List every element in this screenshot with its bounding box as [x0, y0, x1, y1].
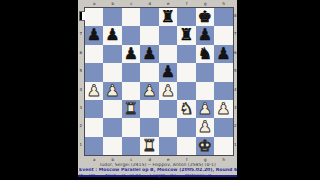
square-g3[interactable]: ♟ [196, 100, 215, 118]
square-e8[interactable]: ♜ [159, 8, 178, 26]
square-d8[interactable] [140, 8, 159, 26]
file-labels-top: abcdefgh [85, 0, 237, 7]
square-g4[interactable] [196, 82, 215, 100]
square-g2[interactable]: ♟ [196, 118, 215, 136]
square-b1[interactable] [103, 137, 122, 155]
coord-label-d: d [141, 0, 160, 7]
coord-label-e: e [159, 156, 178, 162]
square-h8[interactable] [214, 8, 233, 26]
square-a7[interactable]: ♟ [85, 26, 104, 44]
square-e1[interactable] [159, 137, 178, 155]
coord-label-g: g [196, 156, 215, 162]
black-knight-g6: ♞ [196, 45, 215, 63]
coord-label-8: 8 [234, 7, 237, 25]
white-pawn-d4: ♟ [140, 82, 159, 100]
square-g1[interactable]: ♚ [196, 137, 215, 155]
square-h5[interactable] [214, 63, 233, 81]
square-f1[interactable] [177, 137, 196, 155]
square-c7[interactable] [122, 26, 141, 44]
square-f4[interactable] [177, 82, 196, 100]
white-king-g1: ♚ [196, 137, 215, 155]
white-pawn-g2: ♟ [196, 118, 215, 136]
coord-label-1: 1 [234, 136, 237, 154]
square-f7[interactable]: ♜ [177, 26, 196, 44]
coord-label-f: f [178, 0, 197, 7]
square-a8[interactable] [85, 8, 104, 26]
square-h6[interactable]: ♟ [214, 45, 233, 63]
white-pawn-h3: ♟ [214, 100, 233, 118]
black-rook-e8: ♜ [159, 8, 178, 26]
black-pawn-h6: ♟ [214, 45, 233, 63]
coord-label-c: c [122, 156, 141, 162]
square-a5[interactable] [85, 63, 104, 81]
square-e5[interactable]: ♟ [159, 63, 178, 81]
square-d6[interactable]: ♟ [140, 45, 159, 63]
square-d3[interactable] [140, 100, 159, 118]
square-d7[interactable] [140, 26, 159, 44]
square-e2[interactable] [159, 118, 178, 136]
coord-label-7: 7 [234, 25, 237, 43]
black-pawn-e5: ♟ [159, 63, 178, 81]
white-knight-f3: ♞ [177, 100, 196, 118]
square-c4[interactable] [122, 82, 141, 100]
square-c1[interactable] [122, 137, 141, 155]
rank-labels-right: 87654321 [234, 7, 237, 156]
chess-app-panel: abcdefgh 87654321 ♜♚♟♟♜♟♟♟♞♟♟♟♟♟♟♜♞♟♟♟♜♚… [78, 0, 237, 177]
black-pawn-c6: ♟ [122, 45, 141, 63]
white-rook-d1: ♜ [140, 137, 159, 155]
black-rook-f7: ♜ [177, 26, 196, 44]
black-pawn-b7: ♟ [103, 26, 122, 44]
white-pawn-b4: ♟ [103, 82, 122, 100]
coord-label-b: b [104, 0, 123, 7]
square-h3[interactable]: ♟ [214, 100, 233, 118]
square-b8[interactable] [103, 8, 122, 26]
square-b7[interactable]: ♟ [103, 26, 122, 44]
board-frame: abcdefgh 87654321 ♜♚♟♟♜♟♟♟♞♟♟♟♟♟♟♜♞♟♟♟♜♚… [78, 0, 237, 162]
square-a1[interactable] [85, 137, 104, 155]
square-b3[interactable] [103, 100, 122, 118]
square-f3[interactable]: ♞ [177, 100, 196, 118]
black-king-g8: ♚ [196, 8, 215, 26]
square-g7[interactable]: ♟ [196, 26, 215, 44]
square-b2[interactable] [103, 118, 122, 136]
coord-label-b: b [104, 156, 123, 162]
square-g8[interactable]: ♚ [196, 8, 215, 26]
coord-label-h: h [215, 0, 234, 7]
square-c8[interactable] [122, 8, 141, 26]
coord-label-3: 3 [234, 99, 237, 117]
square-e3[interactable] [159, 100, 178, 118]
coord-label-e: e [159, 0, 178, 7]
coord-label-a: a [85, 0, 104, 7]
square-a6[interactable] [85, 45, 104, 63]
square-c2[interactable] [122, 118, 141, 136]
white-rook-c3: ♜ [122, 100, 141, 118]
coord-label-5: 5 [234, 62, 237, 80]
event-line: Event : Moscow Parallel op B, Moscow (20… [78, 168, 237, 173]
coord-label-6: 6 [234, 44, 237, 62]
square-d2[interactable] [140, 118, 159, 136]
video-frame: abcdefgh 87654321 ♜♚♟♟♜♟♟♟♞♟♟♟♟♟♟♜♞♟♟♟♜♚… [0, 0, 320, 180]
square-e4[interactable]: ♟ [159, 82, 178, 100]
square-d1[interactable]: ♜ [140, 137, 159, 155]
coord-label-4: 4 [234, 81, 237, 99]
coord-label-h: h [215, 156, 234, 162]
square-a3[interactable] [85, 100, 104, 118]
square-d4[interactable]: ♟ [140, 82, 159, 100]
coord-label-2: 2 [234, 117, 237, 135]
square-f2[interactable] [177, 118, 196, 136]
square-c5[interactable] [122, 63, 141, 81]
square-e7[interactable] [159, 26, 178, 44]
square-h4[interactable] [214, 82, 233, 100]
coord-label-d: d [141, 156, 160, 162]
square-b6[interactable] [103, 45, 122, 63]
square-c3[interactable]: ♜ [122, 100, 141, 118]
square-h7[interactable] [214, 26, 233, 44]
divider-bar [78, 175, 237, 177]
square-d5[interactable] [140, 63, 159, 81]
black-pawn-g7: ♟ [196, 26, 215, 44]
square-c6[interactable]: ♟ [122, 45, 141, 63]
square-a2[interactable] [85, 118, 104, 136]
square-h1[interactable] [214, 137, 233, 155]
square-g6[interactable]: ♞ [196, 45, 215, 63]
coord-label-f: f [178, 156, 197, 162]
players-line: Tudor, Sergei (2415) -- Filippov, Anton … [78, 163, 237, 168]
square-b5[interactable] [103, 63, 122, 81]
black-pawn-a7: ♟ [85, 26, 104, 44]
square-f6[interactable] [177, 45, 196, 63]
chess-board: ♜♚♟♟♜♟♟♟♞♟♟♟♟♟♟♜♞♟♟♟♜♚ [84, 7, 234, 156]
white-pawn-a4: ♟ [85, 82, 104, 100]
square-h2[interactable] [214, 118, 233, 136]
black-pawn-d6: ♟ [140, 45, 159, 63]
square-b4[interactable]: ♟ [103, 82, 122, 100]
square-e6[interactable] [159, 45, 178, 63]
square-f5[interactable] [177, 63, 196, 81]
white-pawn-g3: ♟ [196, 100, 215, 118]
file-labels-bottom: abcdefgh [85, 156, 237, 162]
white-pawn-e4: ♟ [159, 82, 178, 100]
coord-label-g: g [196, 0, 215, 7]
coord-label-a: a [85, 156, 104, 162]
square-a4[interactable]: ♟ [85, 82, 104, 100]
square-f8[interactable] [177, 8, 196, 26]
square-g5[interactable] [196, 63, 215, 81]
coord-label-c: c [122, 0, 141, 7]
